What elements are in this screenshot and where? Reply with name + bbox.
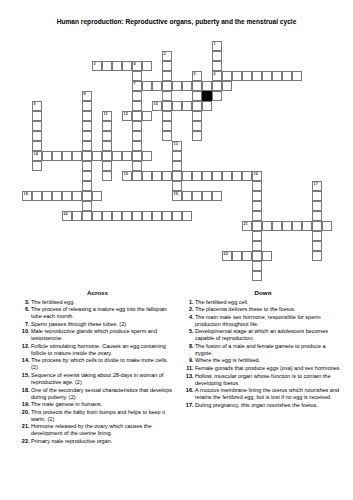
clue-item: 21.Hormone released by the ovary which c…	[20, 423, 175, 437]
crossword-cell[interactable]	[202, 171, 212, 181]
crossword-cell[interactable]	[192, 91, 202, 101]
clue-text: During pregnancy, this organ nourishes t…	[195, 402, 342, 409]
clue-number-label: 2	[164, 52, 166, 56]
clue-text: Male reproductive glands which produce s…	[31, 328, 175, 342]
crossword-cell[interactable]	[102, 161, 112, 171]
crossword-cell[interactable]	[212, 171, 222, 181]
clue-number: 6.	[20, 306, 31, 313]
clue-item: 16.A mucous membrane lining the uterus w…	[184, 387, 342, 401]
clue-number-label: 1	[214, 42, 216, 46]
crossword-cell[interactable]: 1	[212, 41, 222, 51]
clue-number-label: 19	[174, 192, 178, 196]
crossword-cell[interactable]	[62, 151, 72, 161]
crossword-cell[interactable]	[92, 151, 102, 161]
crossword-cell[interactable]	[142, 61, 152, 71]
crossword-cell[interactable]	[272, 221, 282, 231]
crossword-cell[interactable]	[312, 201, 322, 211]
crossword-cell[interactable]: 18	[22, 191, 32, 201]
crossword-cell[interactable]	[142, 81, 152, 91]
crossword-cell[interactable]	[172, 101, 182, 111]
clue-number: 9.	[184, 357, 195, 364]
crossword-cell[interactable]	[242, 171, 252, 181]
clue-number-label: 13	[174, 142, 178, 146]
crossword-cell[interactable]	[212, 191, 222, 201]
crossword-cell[interactable]: 14	[32, 151, 42, 161]
clue-item: 4.The main male sex hormone, responsible…	[184, 314, 342, 328]
crossword-grid: 12345678910111213141516171819202122	[0, 0, 353, 290]
crossword-cell[interactable]	[202, 101, 212, 111]
clue-number: 21.	[20, 423, 31, 430]
crossword-cell[interactable]: 19	[172, 191, 182, 201]
crossword-cell[interactable]	[252, 191, 262, 201]
clue-number: 17.	[184, 402, 195, 409]
crossword-cell[interactable]	[192, 131, 202, 141]
clue-text: Female gonads that produce eggs (ova) an…	[195, 365, 342, 372]
crossword-cell[interactable]	[172, 181, 182, 191]
crossword-cell[interactable]	[312, 191, 322, 201]
crossword-cell[interactable]	[282, 71, 292, 81]
crossword-cell[interactable]	[162, 61, 172, 71]
clue-number-label: 7	[134, 82, 136, 86]
clue-number: 10.	[20, 328, 31, 335]
crossword-cell[interactable]: 13	[172, 141, 182, 151]
crossword-cell[interactable]	[112, 211, 122, 221]
crossword-cell[interactable]	[162, 121, 172, 131]
crossword-cell[interactable]	[262, 71, 272, 81]
crossword-cell[interactable]	[192, 81, 202, 91]
crossword-cell[interactable]	[152, 81, 162, 91]
clue-item: 2.The placenta delivers these to the foe…	[184, 306, 342, 313]
crossword-cell[interactable]	[32, 111, 42, 121]
crossword-cell[interactable]	[142, 211, 152, 221]
across-header: Across	[20, 289, 175, 296]
crossword-cell[interactable]	[82, 141, 92, 151]
crossword-cell[interactable]	[132, 131, 142, 141]
crossword-cell[interactable]	[162, 71, 172, 81]
clue-number: 16.	[184, 387, 195, 394]
crossword-cell[interactable]	[132, 111, 142, 121]
clue-number-label: 21	[244, 222, 248, 226]
crossword-cell[interactable]	[132, 151, 142, 161]
crossword-cell[interactable]	[252, 221, 262, 231]
crossword-cell[interactable]: 2	[162, 51, 172, 61]
crossword-cell[interactable]	[182, 191, 192, 201]
crossword-cell[interactable]	[32, 131, 42, 141]
crossword-cell[interactable]	[252, 211, 262, 221]
crossword-cell[interactable]: 7	[132, 81, 142, 91]
crossword-cell[interactable]	[242, 251, 252, 261]
clue-number-label: 11	[104, 112, 108, 116]
clue-number-label: 10	[154, 102, 158, 106]
crossword-cell[interactable]	[112, 61, 122, 71]
crossword-cell[interactable]: 8	[82, 91, 92, 101]
crossword-cell[interactable]: 15	[122, 171, 132, 181]
crossword-cell[interactable]	[52, 191, 62, 201]
crossword-cell[interactable]	[82, 181, 92, 191]
clue-number: 12.	[20, 343, 31, 350]
crossword-cell[interactable]	[172, 211, 182, 221]
crossword-cell[interactable]	[142, 171, 152, 181]
crossword-cell[interactable]	[252, 231, 262, 241]
crossword-cell[interactable]: 22	[222, 251, 232, 261]
clue-item: 18.One of the secondary sexual character…	[20, 387, 175, 401]
crossword-cell[interactable]	[172, 171, 182, 181]
crossword-cell[interactable]	[132, 211, 142, 221]
crossword-cell[interactable]	[162, 91, 172, 101]
crossword-cell[interactable]	[82, 191, 92, 201]
crossword-cell[interactable]	[142, 151, 152, 161]
crossword-cell[interactable]	[292, 71, 302, 81]
crossword-cell[interactable]	[42, 191, 52, 201]
crossword-cell[interactable]	[132, 121, 142, 131]
clue-number-label: 22	[224, 252, 228, 256]
crossword-cell[interactable]	[222, 81, 232, 91]
clue-number: 7.	[20, 321, 31, 328]
crossword-cell[interactable]: 21	[242, 221, 252, 231]
crossword-cell[interactable]	[102, 121, 112, 131]
crossword-cell[interactable]	[302, 221, 312, 231]
clue-number-label: 17	[314, 182, 318, 186]
crossword-cell[interactable]	[272, 71, 282, 81]
clue-text: The process by which cells to divide to …	[31, 357, 175, 371]
crossword-cell[interactable]	[132, 171, 142, 181]
clue-text: The male gamete in humans.	[31, 401, 175, 408]
crossword-cell[interactable]	[312, 231, 322, 241]
crossword-cell[interactable]	[322, 221, 332, 231]
crossword-cell[interactable]: 11	[102, 111, 112, 121]
crossword-cell[interactable]	[212, 51, 222, 61]
crossword-cell[interactable]	[132, 91, 142, 101]
crossword-cell[interactable]: 10	[152, 101, 162, 111]
crossword-cell[interactable]	[142, 111, 152, 121]
clue-number: 4.	[184, 314, 195, 321]
clue-item: 11.Female gonads that produce eggs (ova)…	[184, 365, 342, 372]
crossword-cell[interactable]: 3	[92, 61, 102, 71]
crossword-cell[interactable]	[222, 171, 232, 181]
crossword-cell[interactable]	[32, 141, 42, 151]
clue-text: Follicle stimulating hormone. Causes an …	[31, 343, 175, 357]
crossword-cell[interactable]	[192, 191, 202, 201]
down-clue-list: 1.The fertilised egg cell.2.The placenta…	[184, 299, 342, 409]
crossword-cell[interactable]	[212, 81, 222, 91]
clue-text: Primary male reproductive organ.	[31, 438, 175, 445]
crossword-cell[interactable]	[82, 111, 92, 121]
crossword-cell[interactable]	[102, 131, 112, 141]
clue-item: 7.Sperm passes through these tubes. (2)	[20, 321, 175, 328]
crossword-cell[interactable]	[172, 81, 182, 91]
clue-number: 8.	[184, 343, 195, 350]
clue-number-label: 6	[214, 72, 216, 76]
crossword-cell[interactable]	[312, 241, 322, 251]
crossword-cell[interactable]	[72, 211, 82, 221]
crossword-cell[interactable]	[72, 191, 82, 201]
clue-number: 22.	[20, 438, 31, 445]
crossword-cell[interactable]	[292, 221, 302, 231]
crossword-cell[interactable]	[162, 211, 172, 221]
crossword-cell[interactable]	[132, 71, 142, 81]
crossword-cell[interactable]	[312, 221, 322, 231]
clue-item: 9.Where the egg is fertilised.	[184, 357, 342, 364]
clue-number-label: 9	[34, 102, 36, 106]
clue-number: 2.	[184, 306, 195, 313]
clue-item: 19.The male gamete in humans.	[20, 401, 175, 408]
crossword-cell[interactable]: 4	[132, 61, 142, 71]
crossword-cell[interactable]	[202, 191, 212, 201]
clue-item: 22.Primary male reproductive organ.	[20, 438, 175, 445]
down-header: Down	[184, 289, 342, 296]
clue-number: 13.	[184, 373, 195, 380]
crossword-cell[interactable]	[162, 131, 172, 141]
crossword-cell[interactable]	[112, 151, 122, 161]
clue-text: The process of releasing a mature egg in…	[31, 306, 175, 320]
crossword-cell[interactable]	[82, 121, 92, 131]
crossword-cell[interactable]	[82, 131, 92, 141]
crossword-cell[interactable]	[312, 211, 322, 221]
clue-number: 19.	[20, 401, 31, 408]
clue-number-label: 18	[24, 192, 28, 196]
clue-number: 20.	[20, 409, 31, 416]
crossword-cell[interactable]	[192, 171, 202, 181]
crossword-cell[interactable]	[72, 151, 82, 161]
crossword-cell[interactable]	[82, 161, 92, 171]
crossword-cell[interactable]	[32, 191, 42, 201]
crossword-black-cell	[202, 91, 212, 101]
crossword-cell[interactable]	[162, 81, 172, 91]
clue-item: 10.Male reproductive glands which produc…	[20, 328, 175, 342]
across-clues-column: Across 3.The fertilised egg.6.The proces…	[20, 289, 175, 446]
crossword-cell[interactable]: 20	[62, 211, 72, 221]
crossword-cell[interactable]	[82, 171, 92, 181]
crossword-cell[interactable]	[252, 271, 262, 281]
crossword-cell[interactable]: 17	[312, 181, 322, 191]
clue-item: 12.Follicle stimulating hormone. Causes …	[20, 343, 175, 357]
crossword-cell[interactable]: 6	[212, 71, 222, 81]
crossword-cell[interactable]	[252, 261, 262, 271]
clue-number-label: 5	[194, 72, 196, 76]
clue-item: 17.During pregnancy, this organ nourishe…	[184, 402, 342, 409]
crossword-cell[interactable]	[262, 221, 272, 231]
clue-text: This protects the baby from bumps and he…	[31, 409, 175, 423]
crossword-cell[interactable]	[182, 171, 192, 181]
crossword-cell[interactable]	[202, 81, 212, 91]
clue-text: The main male sex hormone, responsible f…	[195, 314, 342, 328]
crossword-cell[interactable]	[82, 101, 92, 111]
clue-number-label: 16	[254, 172, 258, 176]
clue-text: Where the egg is fertilised.	[195, 357, 342, 364]
crossword-cell[interactable]	[162, 101, 172, 111]
clue-number: 1.	[184, 299, 195, 306]
crossword-cell[interactable]	[312, 251, 322, 261]
clue-text: The placenta delivers these to the foetu…	[195, 306, 342, 313]
clue-item: 15.Sequence of events taking about 28-da…	[20, 372, 175, 386]
crossword-cell[interactable]	[122, 211, 132, 221]
crossword-cell[interactable]	[162, 171, 172, 181]
crossword-cell[interactable]	[122, 61, 132, 71]
clue-item: 8.The fusion of a male and female gamete…	[184, 343, 342, 357]
crossword-cell[interactable]	[102, 141, 112, 151]
crossword-cell[interactable]: 12	[122, 111, 132, 121]
crossword-cell[interactable]	[172, 161, 182, 171]
clue-number-label: 4	[134, 62, 136, 66]
crossword-cell[interactable]	[232, 171, 242, 181]
clue-item: 14.The process by which cells to divide …	[20, 357, 175, 371]
clue-number-label: 12	[124, 112, 128, 116]
crossword-cell[interactable]	[102, 61, 112, 71]
crossword-cell[interactable]: 5	[192, 71, 202, 81]
down-clues-column: Down 1.The fertilised egg cell.2.The pla…	[184, 289, 342, 409]
crossword-cell[interactable]	[252, 241, 262, 251]
crossword-cell[interactable]	[52, 151, 62, 161]
clue-item: 5.Developmental stage at which an adoles…	[184, 328, 342, 342]
crossword-cell[interactable]	[82, 151, 92, 161]
clue-text: Developmental stage at which an adolesce…	[195, 328, 342, 342]
crossword-cell[interactable]	[132, 161, 142, 171]
clue-text: The fusion of a male and female gamete t…	[195, 343, 342, 357]
crossword-cell[interactable]	[92, 211, 102, 221]
crossword-cell[interactable]	[82, 211, 92, 221]
crossword-cell[interactable]	[102, 171, 112, 181]
crossword-cell[interactable]	[242, 71, 252, 81]
crossword-cell[interactable]	[182, 101, 192, 111]
clue-text: Sperm passes through these tubes. (2)	[31, 321, 175, 328]
crossword-cell[interactable]	[62, 191, 72, 201]
crossword-cell[interactable]	[32, 161, 42, 171]
clue-item: 1.The fertilised egg cell.	[184, 299, 342, 306]
clue-item: 20.This protects the baby from bumps and…	[20, 409, 175, 423]
crossword-cell[interactable]	[252, 181, 262, 191]
clue-number-label: 14	[34, 152, 38, 156]
crossword-cell[interactable]	[232, 251, 242, 261]
clue-number: 3.	[20, 299, 31, 306]
crossword-cell[interactable]	[152, 171, 162, 181]
crossword-cell[interactable]: 9	[32, 101, 42, 111]
crossword-cell[interactable]	[32, 121, 42, 131]
crossword-cell[interactable]	[252, 251, 262, 261]
clue-item: 3.The fertilised egg.	[20, 299, 175, 306]
clue-text: The fertilised egg cell.	[195, 299, 342, 306]
crossword-cell[interactable]	[172, 151, 182, 161]
crossword-cell[interactable]	[102, 211, 112, 221]
crossword-cell[interactable]	[192, 101, 202, 111]
clue-text: Sequence of events taking about 28-days …	[31, 372, 175, 386]
clue-number-label: 3	[94, 62, 96, 66]
crossword-cell[interactable]: 16	[252, 171, 262, 181]
crossword-cell[interactable]	[252, 71, 262, 81]
clue-text: The fertilised egg.	[31, 299, 175, 306]
across-clue-list: 3.The fertilised egg.6.The process of re…	[20, 299, 175, 446]
crossword-cell[interactable]	[92, 191, 102, 201]
clue-item: 13.Hollow, muscular organ whose function…	[184, 373, 342, 387]
clue-number: 5.	[184, 328, 195, 335]
crossword-cell[interactable]	[192, 121, 202, 131]
crossword-cell[interactable]	[282, 221, 292, 231]
crossword-cell[interactable]	[132, 101, 142, 111]
crossword-cell[interactable]	[182, 211, 192, 221]
crossword-cell[interactable]	[102, 151, 112, 161]
clue-item: 6.The process of releasing a mature egg …	[20, 306, 175, 320]
crossword-cell[interactable]	[262, 251, 272, 261]
clue-number-label: 20	[64, 212, 68, 216]
crossword-cell[interactable]	[152, 211, 162, 221]
crossword-cell[interactable]	[212, 61, 222, 71]
crossword-cell[interactable]	[232, 71, 242, 81]
crossword-cell[interactable]	[42, 151, 52, 161]
crossword-cell[interactable]	[212, 91, 222, 101]
clue-number-label: 8	[84, 92, 86, 96]
crossword-cell[interactable]	[222, 71, 232, 81]
crossword-cell[interactable]	[252, 201, 262, 211]
clue-text: A mucous membrane lining the uterus whic…	[195, 387, 342, 401]
crossword-cell[interactable]	[182, 81, 192, 91]
crossword-cell[interactable]	[192, 111, 202, 121]
clue-number: 14.	[20, 357, 31, 364]
clue-text: Hormone released by the ovary which caus…	[31, 423, 175, 437]
clue-number: 18.	[20, 387, 31, 394]
crossword-cell[interactable]	[162, 111, 172, 121]
crossword-cell[interactable]	[132, 141, 142, 151]
clue-number-label: 15	[124, 172, 128, 176]
clue-number: 11.	[184, 365, 195, 372]
clue-text: Hollow, muscular organ whose function is…	[195, 373, 342, 387]
crossword-cell[interactable]	[82, 201, 92, 211]
clue-number: 15.	[20, 372, 31, 379]
clue-text: One of the secondary sexual characterist…	[31, 387, 175, 401]
crossword-cell[interactable]	[122, 151, 132, 161]
